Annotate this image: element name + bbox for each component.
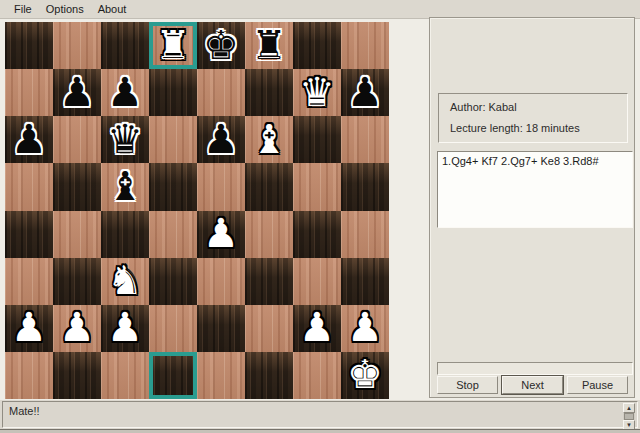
square-h5[interactable] bbox=[341, 163, 389, 210]
square-h6[interactable] bbox=[341, 116, 389, 163]
pause-button[interactable]: Pause bbox=[567, 376, 628, 394]
square-g7[interactable]: ♛ bbox=[293, 69, 341, 116]
square-c1[interactable] bbox=[101, 352, 149, 399]
square-d2[interactable] bbox=[149, 305, 197, 352]
square-h1[interactable]: ♚ bbox=[341, 352, 389, 399]
square-d3[interactable] bbox=[149, 258, 197, 305]
piece-black-rook: ♜ bbox=[251, 25, 287, 65]
square-g3[interactable] bbox=[293, 258, 341, 305]
piece-black-queen: ♛ bbox=[107, 119, 143, 159]
square-b8[interactable] bbox=[53, 22, 101, 69]
menu-file[interactable]: File bbox=[7, 1, 39, 17]
square-h8[interactable] bbox=[341, 22, 389, 69]
square-f5[interactable] bbox=[245, 163, 293, 210]
square-a8[interactable] bbox=[5, 22, 53, 69]
status-text: Mate!! bbox=[3, 402, 637, 417]
square-c7[interactable]: ♟ bbox=[101, 69, 149, 116]
square-e2[interactable] bbox=[197, 305, 245, 352]
piece-white-pawn: ♟ bbox=[203, 213, 239, 253]
moves-text-area[interactable]: 1.Qg4+ Kf7 2.Qg7+ Ke8 3.Rd8# bbox=[437, 151, 633, 228]
square-e3[interactable] bbox=[197, 258, 245, 305]
piece-black-bishop: ♝ bbox=[107, 166, 143, 206]
square-e5[interactable] bbox=[197, 163, 245, 210]
chess-board[interactable]: ♜♚♜♟♟♛♟♟♛♟♝♝♟♞♟♟♟♟♟♚ bbox=[5, 22, 389, 399]
square-a4[interactable] bbox=[5, 211, 53, 258]
square-c6[interactable]: ♛ bbox=[101, 116, 149, 163]
piece-white-queen: ♛ bbox=[299, 72, 335, 112]
square-f2[interactable] bbox=[245, 305, 293, 352]
window-bottom-edge bbox=[0, 429, 640, 433]
piece-black-pawn: ♟ bbox=[59, 72, 95, 112]
square-g5[interactable] bbox=[293, 163, 341, 210]
square-f4[interactable] bbox=[245, 211, 293, 258]
square-f6[interactable]: ♝ bbox=[245, 116, 293, 163]
piece-white-pawn: ♟ bbox=[59, 307, 95, 347]
square-a6[interactable]: ♟ bbox=[5, 116, 53, 163]
square-h4[interactable] bbox=[341, 211, 389, 258]
square-e1[interactable] bbox=[197, 352, 245, 399]
square-d8[interactable]: ♜ bbox=[149, 22, 197, 69]
piece-white-bishop: ♝ bbox=[251, 119, 287, 159]
next-button[interactable]: Next bbox=[502, 376, 563, 394]
progress-bar[interactable] bbox=[437, 362, 633, 375]
square-b3[interactable] bbox=[53, 258, 101, 305]
square-a5[interactable] bbox=[5, 163, 53, 210]
square-c2[interactable]: ♟ bbox=[101, 305, 149, 352]
scroll-up-icon[interactable]: ▲ bbox=[623, 403, 635, 413]
square-g2[interactable]: ♟ bbox=[293, 305, 341, 352]
square-b6[interactable] bbox=[53, 116, 101, 163]
square-f8[interactable]: ♜ bbox=[245, 22, 293, 69]
status-message-box: Mate!! ▲ ▼ bbox=[2, 401, 638, 428]
square-c8[interactable] bbox=[101, 22, 149, 69]
square-g8[interactable] bbox=[293, 22, 341, 69]
square-h2[interactable]: ♟ bbox=[341, 305, 389, 352]
square-b5[interactable] bbox=[53, 163, 101, 210]
lecture-info-box: Author: Kabal Lecture length: 18 minutes bbox=[438, 93, 628, 143]
status-bar: Mate!! ▲ ▼ bbox=[0, 400, 640, 430]
piece-black-pawn: ♟ bbox=[203, 119, 239, 159]
square-f7[interactable] bbox=[245, 69, 293, 116]
square-e8[interactable]: ♚ bbox=[197, 22, 245, 69]
square-a2[interactable]: ♟ bbox=[5, 305, 53, 352]
piece-black-king: ♚ bbox=[203, 25, 239, 65]
square-d6[interactable] bbox=[149, 116, 197, 163]
square-c5[interactable]: ♝ bbox=[101, 163, 149, 210]
lecture-panel: Author: Kabal Lecture length: 18 minutes… bbox=[429, 17, 635, 398]
square-e7[interactable] bbox=[197, 69, 245, 116]
square-d7[interactable] bbox=[149, 69, 197, 116]
square-b2[interactable]: ♟ bbox=[53, 305, 101, 352]
author-label: Author: Kabal bbox=[439, 101, 627, 113]
square-d4[interactable] bbox=[149, 211, 197, 258]
menu-options[interactable]: Options bbox=[39, 1, 91, 17]
square-g1[interactable] bbox=[293, 352, 341, 399]
piece-black-pawn: ♟ bbox=[347, 72, 383, 112]
square-d1[interactable] bbox=[149, 352, 197, 399]
lecture-length-label: Lecture length: 18 minutes bbox=[439, 122, 627, 134]
square-a3[interactable] bbox=[5, 258, 53, 305]
square-g6[interactable] bbox=[293, 116, 341, 163]
square-g4[interactable] bbox=[293, 211, 341, 258]
piece-white-pawn: ♟ bbox=[11, 307, 47, 347]
square-h3[interactable] bbox=[341, 258, 389, 305]
square-b4[interactable] bbox=[53, 211, 101, 258]
square-h7[interactable]: ♟ bbox=[341, 69, 389, 116]
piece-black-pawn: ♟ bbox=[11, 119, 47, 159]
square-e4[interactable]: ♟ bbox=[197, 211, 245, 258]
square-a1[interactable] bbox=[5, 352, 53, 399]
square-a7[interactable] bbox=[5, 69, 53, 116]
square-c3[interactable]: ♞ bbox=[101, 258, 149, 305]
square-f3[interactable] bbox=[245, 258, 293, 305]
stop-button[interactable]: Stop bbox=[437, 376, 498, 394]
piece-white-pawn: ♟ bbox=[347, 307, 383, 347]
square-b1[interactable] bbox=[53, 352, 101, 399]
square-f1[interactable] bbox=[245, 352, 293, 399]
piece-white-king: ♚ bbox=[347, 354, 383, 394]
piece-white-pawn: ♟ bbox=[299, 307, 335, 347]
square-b7[interactable]: ♟ bbox=[53, 69, 101, 116]
piece-white-pawn: ♟ bbox=[107, 307, 143, 347]
scrollbar-thumb[interactable] bbox=[624, 413, 634, 420]
piece-white-knight: ♞ bbox=[107, 260, 143, 300]
square-e6[interactable]: ♟ bbox=[197, 116, 245, 163]
piece-black-pawn: ♟ bbox=[107, 72, 143, 112]
square-c4[interactable] bbox=[101, 211, 149, 258]
square-d5[interactable] bbox=[149, 163, 197, 210]
status-scrollbar[interactable]: ▲ ▼ bbox=[623, 403, 635, 430]
piece-white-rook: ♜ bbox=[155, 25, 191, 65]
menu-about[interactable]: About bbox=[91, 1, 134, 17]
